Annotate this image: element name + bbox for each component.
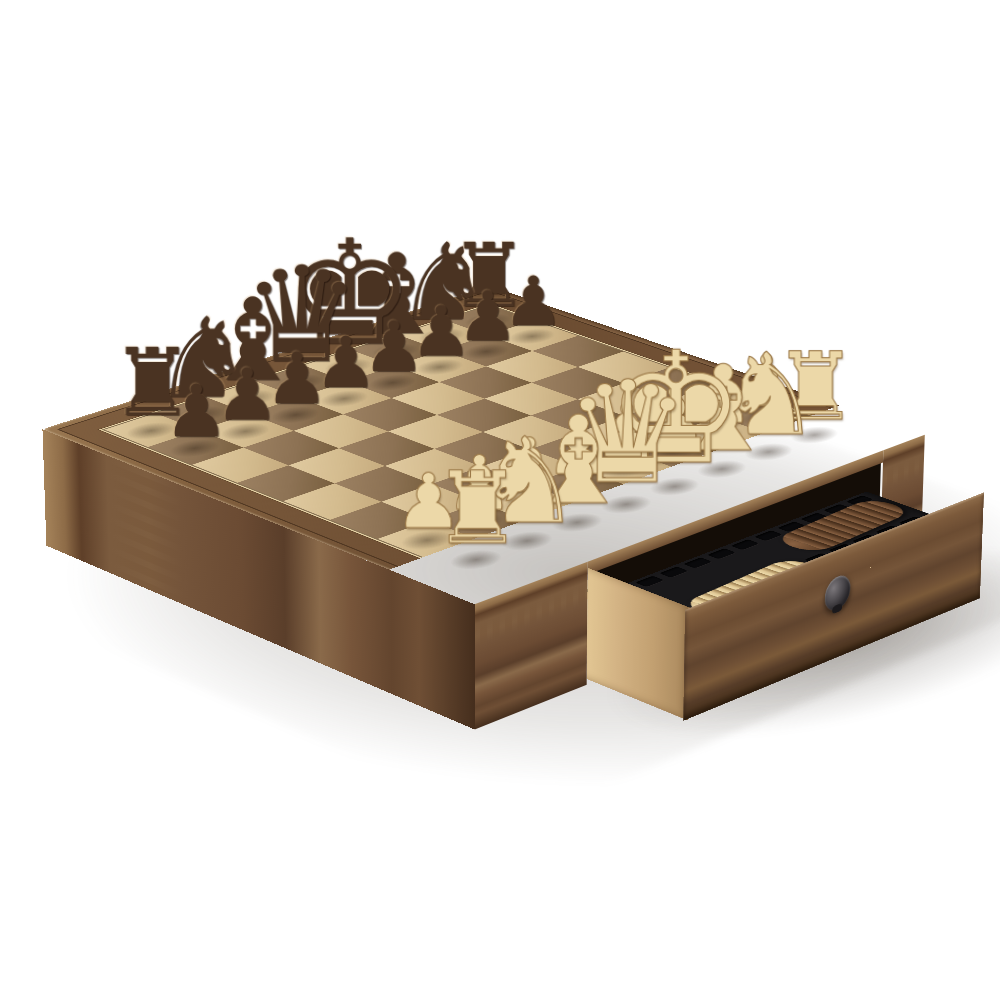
drawer-knob[interactable] bbox=[824, 571, 850, 614]
rook-glyph: ♜ bbox=[432, 458, 522, 558]
product-photo: ♜♞♝♛♚♝♞♜♟♟♟♟♟♟♟♟♟♟♟♟♟♟♟♟♜♞♝♛♚♝♞♜ bbox=[0, 0, 1000, 1000]
pawn-glyph: ♟ bbox=[163, 375, 228, 448]
scene-stage: ♜♞♝♛♚♝♞♜♟♟♟♟♟♟♟♟♟♟♟♟♟♟♟♟♜♞♝♛♚♝♞♜ bbox=[0, 0, 1000, 1000]
